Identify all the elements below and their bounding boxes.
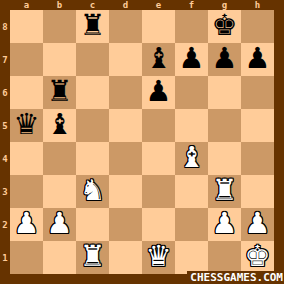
black-pawn-g7[interactable]: ♟	[212, 43, 238, 75]
square-e8[interactable]	[142, 10, 175, 43]
square-c1[interactable]: ♜	[76, 241, 109, 274]
rank-label-3: 3	[0, 175, 10, 208]
square-d1[interactable]	[109, 241, 142, 274]
square-d4[interactable]	[109, 142, 142, 175]
square-a2[interactable]: ♟	[10, 208, 43, 241]
file-label-a: a	[10, 0, 43, 10]
white-pawn-b2[interactable]: ♟	[47, 208, 73, 240]
square-c4[interactable]	[76, 142, 109, 175]
white-queen-e1[interactable]: ♛	[146, 241, 172, 273]
square-g1[interactable]	[208, 241, 241, 274]
square-f5[interactable]	[175, 109, 208, 142]
square-e4[interactable]	[142, 142, 175, 175]
white-pawn-h2[interactable]: ♟	[245, 208, 271, 240]
rank-label-1: 1	[0, 241, 10, 274]
square-h2[interactable]: ♟	[241, 208, 274, 241]
square-e3[interactable]	[142, 175, 175, 208]
board: ♜♚♝♟♟♟♜♟♛♝♝♞♜♟♟♟♟♜♛♚	[10, 10, 274, 274]
file-label-c: c	[76, 0, 109, 10]
white-pawn-a2[interactable]: ♟	[14, 208, 40, 240]
square-c8[interactable]: ♜	[76, 10, 109, 43]
brand-label: CHESSGAMES.COM	[190, 271, 283, 284]
rank-label-2: 2	[0, 208, 10, 241]
square-h5[interactable]	[241, 109, 274, 142]
square-g4[interactable]	[208, 142, 241, 175]
black-bishop-e7[interactable]: ♝	[146, 43, 172, 75]
square-h3[interactable]	[241, 175, 274, 208]
square-c2[interactable]	[76, 208, 109, 241]
square-d8[interactable]	[109, 10, 142, 43]
white-rook-c1[interactable]: ♜	[80, 241, 106, 273]
white-king-h1[interactable]: ♚	[245, 241, 271, 273]
square-a6[interactable]	[10, 76, 43, 109]
square-a5[interactable]: ♛	[10, 109, 43, 142]
square-d6[interactable]	[109, 76, 142, 109]
brand-watermark: CHESSGAMES.COM	[187, 271, 284, 284]
square-b4[interactable]	[43, 142, 76, 175]
square-b1[interactable]	[43, 241, 76, 274]
square-h1[interactable]: ♚	[241, 241, 274, 274]
square-e7[interactable]: ♝	[142, 43, 175, 76]
black-king-g8[interactable]: ♚	[212, 10, 238, 42]
square-h6[interactable]	[241, 76, 274, 109]
square-a7[interactable]	[10, 43, 43, 76]
square-g6[interactable]	[208, 76, 241, 109]
square-d5[interactable]	[109, 109, 142, 142]
square-d2[interactable]	[109, 208, 142, 241]
square-e2[interactable]	[142, 208, 175, 241]
square-c7[interactable]	[76, 43, 109, 76]
black-queen-a5[interactable]: ♛	[14, 109, 40, 141]
square-g7[interactable]: ♟	[208, 43, 241, 76]
square-a3[interactable]	[10, 175, 43, 208]
square-d3[interactable]	[109, 175, 142, 208]
square-b3[interactable]	[43, 175, 76, 208]
square-a1[interactable]	[10, 241, 43, 274]
square-f4[interactable]: ♝	[175, 142, 208, 175]
square-b2[interactable]: ♟	[43, 208, 76, 241]
black-rook-c8[interactable]: ♜	[80, 10, 106, 42]
square-b5[interactable]: ♝	[43, 109, 76, 142]
file-label-e: e	[142, 0, 175, 10]
white-pawn-g2[interactable]: ♟	[212, 208, 238, 240]
square-c6[interactable]	[76, 76, 109, 109]
square-f3[interactable]	[175, 175, 208, 208]
square-g2[interactable]: ♟	[208, 208, 241, 241]
file-labels: abcdefgh	[10, 0, 274, 10]
square-c5[interactable]	[76, 109, 109, 142]
black-pawn-f7[interactable]: ♟	[179, 43, 205, 75]
square-e6[interactable]: ♟	[142, 76, 175, 109]
square-g3[interactable]: ♜	[208, 175, 241, 208]
square-d7[interactable]	[109, 43, 142, 76]
file-label-d: d	[109, 0, 142, 10]
black-pawn-e6[interactable]: ♟	[146, 76, 172, 108]
square-f8[interactable]	[175, 10, 208, 43]
rank-labels: 87654321	[0, 10, 10, 274]
rank-label-4: 4	[0, 142, 10, 175]
black-pawn-h7[interactable]: ♟	[245, 43, 271, 75]
white-rook-g3[interactable]: ♜	[212, 175, 238, 207]
black-bishop-b5[interactable]: ♝	[47, 109, 73, 141]
square-h8[interactable]	[241, 10, 274, 43]
square-f2[interactable]	[175, 208, 208, 241]
square-a8[interactable]	[10, 10, 43, 43]
square-e5[interactable]	[142, 109, 175, 142]
white-bishop-f4[interactable]: ♝	[179, 142, 205, 174]
file-label-g: g	[208, 0, 241, 10]
square-g5[interactable]	[208, 109, 241, 142]
black-rook-b6[interactable]: ♜	[47, 76, 73, 108]
rank-label-6: 6	[0, 76, 10, 109]
rank-label-7: 7	[0, 43, 10, 76]
rank-label-8: 8	[0, 10, 10, 43]
square-h7[interactable]: ♟	[241, 43, 274, 76]
square-f6[interactable]	[175, 76, 208, 109]
file-label-h: h	[241, 0, 274, 10]
chessboard-frame: abcdefgh 87654321 ♜♚♝♟♟♟♜♟♛♝♝♞♜♟♟♟♟♜♛♚ C…	[0, 0, 284, 284]
square-f1[interactable]	[175, 241, 208, 274]
file-label-f: f	[175, 0, 208, 10]
square-a4[interactable]	[10, 142, 43, 175]
square-b7[interactable]	[43, 43, 76, 76]
rank-label-5: 5	[0, 109, 10, 142]
square-g8[interactable]: ♚	[208, 10, 241, 43]
square-f7[interactable]: ♟	[175, 43, 208, 76]
square-b8[interactable]	[43, 10, 76, 43]
white-knight-c3[interactable]: ♞	[80, 175, 106, 207]
square-b6[interactable]: ♜	[43, 76, 76, 109]
square-c3[interactable]: ♞	[76, 175, 109, 208]
square-e1[interactable]: ♛	[142, 241, 175, 274]
square-h4[interactable]	[241, 142, 274, 175]
file-label-b: b	[43, 0, 76, 10]
